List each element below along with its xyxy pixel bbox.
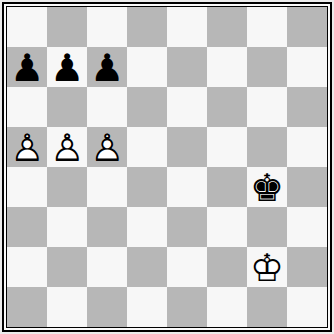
square-g2[interactable]: ♚♔ (247, 247, 287, 287)
square-d1[interactable] (127, 287, 167, 327)
white-pawn-piece[interactable]: ♟♙ (87, 127, 127, 167)
square-b4[interactable] (47, 167, 87, 207)
square-b6[interactable] (47, 87, 87, 127)
square-a1[interactable] (7, 287, 47, 327)
black-king-piece[interactable]: ♚ (247, 167, 287, 207)
square-c6[interactable] (87, 87, 127, 127)
square-g3[interactable] (247, 207, 287, 247)
square-d3[interactable] (127, 207, 167, 247)
square-g8[interactable] (247, 7, 287, 47)
square-h4[interactable] (287, 167, 327, 207)
square-g1[interactable] (247, 287, 287, 327)
square-a8[interactable] (7, 7, 47, 47)
square-b7[interactable]: ♟ (47, 47, 87, 87)
square-h5[interactable] (287, 127, 327, 167)
square-e5[interactable] (167, 127, 207, 167)
square-c7[interactable]: ♟ (87, 47, 127, 87)
square-c8[interactable] (87, 7, 127, 47)
square-h7[interactable] (287, 47, 327, 87)
white-king-outline: ♔ (247, 247, 287, 287)
square-e2[interactable] (167, 247, 207, 287)
square-f8[interactable] (207, 7, 247, 47)
white-pawn-outline: ♙ (87, 127, 127, 167)
square-c1[interactable] (87, 287, 127, 327)
square-g5[interactable] (247, 127, 287, 167)
white-pawn-outline: ♙ (47, 127, 87, 167)
square-a6[interactable] (7, 87, 47, 127)
square-a5[interactable]: ♟♙ (7, 127, 47, 167)
square-c5[interactable]: ♟♙ (87, 127, 127, 167)
black-pawn-piece[interactable]: ♟ (7, 47, 47, 87)
square-a7[interactable]: ♟ (7, 47, 47, 87)
white-pawn-outline: ♙ (7, 127, 47, 167)
square-h3[interactable] (287, 207, 327, 247)
black-pawn-piece[interactable]: ♟ (47, 47, 87, 87)
square-e8[interactable] (167, 7, 207, 47)
square-d8[interactable] (127, 7, 167, 47)
page-background: { "game": "chess", "position": "8/ppp5/8… (0, 0, 334, 334)
board-inner-border: ♟♟♟♟♙♟♙♟♙♚♚♔ (6, 6, 328, 328)
square-e6[interactable] (167, 87, 207, 127)
square-a4[interactable] (7, 167, 47, 207)
square-f1[interactable] (207, 287, 247, 327)
black-pawn-piece[interactable]: ♟ (87, 47, 127, 87)
square-d4[interactable] (127, 167, 167, 207)
board-frame: ♟♟♟♟♙♟♙♟♙♚♚♔ (2, 2, 332, 332)
square-d7[interactable] (127, 47, 167, 87)
square-f5[interactable] (207, 127, 247, 167)
square-e7[interactable] (167, 47, 207, 87)
square-b3[interactable] (47, 207, 87, 247)
square-g7[interactable] (247, 47, 287, 87)
square-a2[interactable] (7, 247, 47, 287)
square-b8[interactable] (47, 7, 87, 47)
square-f3[interactable] (207, 207, 247, 247)
square-d5[interactable] (127, 127, 167, 167)
square-f6[interactable] (207, 87, 247, 127)
square-d2[interactable] (127, 247, 167, 287)
square-f4[interactable] (207, 167, 247, 207)
square-b1[interactable] (47, 287, 87, 327)
square-g4[interactable]: ♚ (247, 167, 287, 207)
square-c3[interactable] (87, 207, 127, 247)
square-b5[interactable]: ♟♙ (47, 127, 87, 167)
chess-board: ♟♟♟♟♙♟♙♟♙♚♚♔ (7, 7, 327, 327)
square-e1[interactable] (167, 287, 207, 327)
square-g6[interactable] (247, 87, 287, 127)
square-h6[interactable] (287, 87, 327, 127)
square-e4[interactable] (167, 167, 207, 207)
square-a3[interactable] (7, 207, 47, 247)
square-f2[interactable] (207, 247, 247, 287)
square-f7[interactable] (207, 47, 247, 87)
square-h8[interactable] (287, 7, 327, 47)
white-king-piece[interactable]: ♚♔ (247, 247, 287, 287)
white-pawn-piece[interactable]: ♟♙ (47, 127, 87, 167)
square-e3[interactable] (167, 207, 207, 247)
square-d6[interactable] (127, 87, 167, 127)
square-h1[interactable] (287, 287, 327, 327)
square-b2[interactable] (47, 247, 87, 287)
square-h2[interactable] (287, 247, 327, 287)
white-pawn-piece[interactable]: ♟♙ (7, 127, 47, 167)
square-c4[interactable] (87, 167, 127, 207)
square-c2[interactable] (87, 247, 127, 287)
